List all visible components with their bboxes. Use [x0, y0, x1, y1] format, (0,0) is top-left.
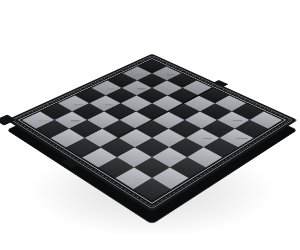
scene: ♜♟♟♜♞♟♟♞♝♟♟♝♛♟♟♛♚♟♟♚♝♟♟♝♞♟♟♞♜♟♟♜	[0, 0, 300, 250]
board-3d: ♜♟♟♜♞♟♟♞♝♟♟♝♛♟♟♛♚♟♟♚♝♟♟♝♞♟♟♞♜♟♟♜	[6, 54, 297, 213]
chess-set-photo: ♜♟♟♜♞♟♟♞♝♟♟♝♛♟♟♛♚♟♟♚♝♟♟♝♞♟♟♞♜♟♟♜	[0, 0, 300, 250]
board-grid: ♜♟♟♜♞♟♟♞♝♟♟♝♛♟♟♛♚♟♟♚♝♟♟♝♞♟♟♞♜♟♟♜	[22, 60, 282, 201]
chess-board: ♜♟♟♜♞♟♟♞♝♟♟♝♛♟♟♛♚♟♟♚♝♟♟♝♞♟♟♞♜♟♟♜	[6, 54, 297, 213]
